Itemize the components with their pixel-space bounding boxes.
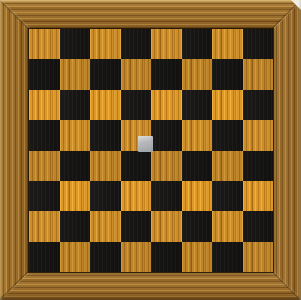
- square-f4[interactable]: [182, 151, 213, 181]
- board-frame-bottom: [0, 272, 301, 300]
- square-e4[interactable]: [151, 151, 182, 181]
- square-h5[interactable]: [243, 120, 274, 150]
- square-a7[interactable]: [29, 59, 60, 89]
- square-e6[interactable]: [151, 90, 182, 120]
- square-a6[interactable]: [29, 90, 60, 120]
- square-a5[interactable]: [29, 120, 60, 150]
- square-e1[interactable]: [151, 242, 182, 272]
- square-f2[interactable]: [182, 211, 213, 241]
- square-h6[interactable]: [243, 90, 274, 120]
- square-g8[interactable]: [212, 29, 243, 59]
- square-b6[interactable]: [60, 90, 91, 120]
- square-f5[interactable]: [182, 120, 213, 150]
- board-frame-right: [273, 0, 301, 300]
- square-b4[interactable]: [60, 151, 91, 181]
- square-e8[interactable]: [151, 29, 182, 59]
- square-b3[interactable]: [60, 181, 91, 211]
- square-h1[interactable]: [243, 242, 274, 272]
- square-g3[interactable]: [212, 181, 243, 211]
- square-f6[interactable]: [182, 90, 213, 120]
- square-a2[interactable]: [29, 211, 60, 241]
- square-d4[interactable]: [121, 151, 152, 181]
- square-c2[interactable]: [90, 211, 121, 241]
- square-d2[interactable]: [121, 211, 152, 241]
- square-h3[interactable]: [243, 181, 274, 211]
- square-c4[interactable]: [90, 151, 121, 181]
- square-g7[interactable]: [212, 59, 243, 89]
- square-g6[interactable]: [212, 90, 243, 120]
- square-f1[interactable]: [182, 242, 213, 272]
- square-h7[interactable]: [243, 59, 274, 89]
- square-b2[interactable]: [60, 211, 91, 241]
- square-e5[interactable]: [151, 120, 182, 150]
- board-frame-left: [0, 0, 29, 300]
- square-c7[interactable]: [90, 59, 121, 89]
- square-c5[interactable]: [90, 120, 121, 150]
- square-a1[interactable]: [29, 242, 60, 272]
- square-h2[interactable]: [243, 211, 274, 241]
- square-f8[interactable]: [182, 29, 213, 59]
- square-c6[interactable]: [90, 90, 121, 120]
- square-b7[interactable]: [60, 59, 91, 89]
- square-e7[interactable]: [151, 59, 182, 89]
- square-h4[interactable]: [243, 151, 274, 181]
- square-d1[interactable]: [121, 242, 152, 272]
- board-frame-top: [0, 0, 301, 29]
- square-g2[interactable]: [212, 211, 243, 241]
- square-a8[interactable]: [29, 29, 60, 59]
- square-h8[interactable]: [243, 29, 274, 59]
- square-d3[interactable]: [121, 181, 152, 211]
- square-d7[interactable]: [121, 59, 152, 89]
- square-b8[interactable]: [60, 29, 91, 59]
- chessboard-photo: [0, 0, 301, 300]
- square-b5[interactable]: [60, 120, 91, 150]
- square-c3[interactable]: [90, 181, 121, 211]
- square-g4[interactable]: [212, 151, 243, 181]
- square-f7[interactable]: [182, 59, 213, 89]
- square-a4[interactable]: [29, 151, 60, 181]
- square-g5[interactable]: [212, 120, 243, 150]
- square-e2[interactable]: [151, 211, 182, 241]
- square-b1[interactable]: [60, 242, 91, 272]
- square-e3[interactable]: [151, 181, 182, 211]
- gray-square-artifact: [138, 136, 153, 152]
- square-c1[interactable]: [90, 242, 121, 272]
- square-f3[interactable]: [182, 181, 213, 211]
- square-a3[interactable]: [29, 181, 60, 211]
- square-g1[interactable]: [212, 242, 243, 272]
- square-d8[interactable]: [121, 29, 152, 59]
- square-d6[interactable]: [121, 90, 152, 120]
- square-c8[interactable]: [90, 29, 121, 59]
